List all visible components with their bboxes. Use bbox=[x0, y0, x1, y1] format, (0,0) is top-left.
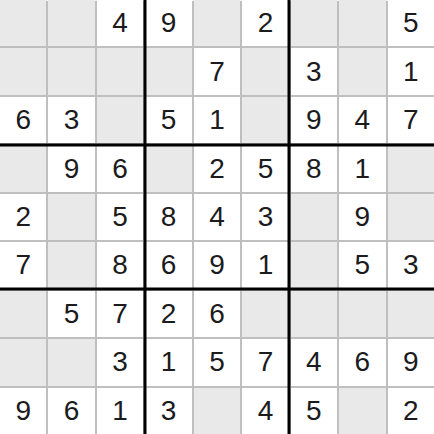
cell-r3c4[interactable]: 5 bbox=[145, 97, 191, 143]
cell-r3c7[interactable]: 9 bbox=[291, 97, 337, 143]
cell-r2c8[interactable] bbox=[339, 48, 385, 94]
cell-r5c3[interactable]: 5 bbox=[97, 194, 143, 240]
cell-r3c3[interactable] bbox=[97, 97, 143, 143]
cell-r2c1[interactable] bbox=[0, 48, 46, 94]
cell-r3c1[interactable]: 6 bbox=[0, 97, 46, 143]
cell-r9c6[interactable]: 4 bbox=[242, 388, 288, 434]
cell-r9c2[interactable]: 6 bbox=[48, 388, 94, 434]
cell-r2c9[interactable]: 1 bbox=[388, 48, 434, 94]
cell-r8c7[interactable]: 4 bbox=[291, 339, 337, 385]
cell-r1c5[interactable] bbox=[194, 0, 240, 46]
cell-r5c6[interactable]: 3 bbox=[242, 194, 288, 240]
cell-r7c2[interactable]: 5 bbox=[48, 291, 94, 337]
cell-r4c7[interactable]: 8 bbox=[291, 145, 337, 191]
cell-r5c8[interactable]: 9 bbox=[339, 194, 385, 240]
cell-r9c7[interactable]: 5 bbox=[291, 388, 337, 434]
cell-r6c2[interactable] bbox=[48, 242, 94, 288]
cell-r9c4[interactable]: 3 bbox=[145, 388, 191, 434]
cell-r4c4[interactable] bbox=[145, 145, 191, 191]
cell-r5c2[interactable] bbox=[48, 194, 94, 240]
cell-r5c4[interactable]: 8 bbox=[145, 194, 191, 240]
sudoku-cells-grid: 4925731635194796258125843978691535726315… bbox=[0, 0, 434, 434]
cell-r7c5[interactable]: 6 bbox=[194, 291, 240, 337]
cell-r6c8[interactable]: 5 bbox=[339, 242, 385, 288]
cell-r7c9[interactable] bbox=[388, 291, 434, 337]
cell-r4c6[interactable]: 5 bbox=[242, 145, 288, 191]
cell-r6c4[interactable]: 6 bbox=[145, 242, 191, 288]
cell-r6c5[interactable]: 9 bbox=[194, 242, 240, 288]
cell-r5c9[interactable] bbox=[388, 194, 434, 240]
cell-r8c5[interactable]: 5 bbox=[194, 339, 240, 385]
cell-r8c8[interactable]: 6 bbox=[339, 339, 385, 385]
cell-r9c3[interactable]: 1 bbox=[97, 388, 143, 434]
cell-r3c2[interactable]: 3 bbox=[48, 97, 94, 143]
cell-r8c3[interactable]: 3 bbox=[97, 339, 143, 385]
cell-r5c5[interactable]: 4 bbox=[194, 194, 240, 240]
cell-r5c7[interactable] bbox=[291, 194, 337, 240]
cell-r9c9[interactable]: 2 bbox=[388, 388, 434, 434]
cell-r7c1[interactable] bbox=[0, 291, 46, 337]
cell-r2c7[interactable]: 3 bbox=[291, 48, 337, 94]
sudoku-board: 4925731635194796258125843978691535726315… bbox=[0, 0, 434, 434]
cell-r7c3[interactable]: 7 bbox=[97, 291, 143, 337]
cell-r1c2[interactable] bbox=[48, 0, 94, 46]
cell-r8c6[interactable]: 7 bbox=[242, 339, 288, 385]
cell-r3c9[interactable]: 7 bbox=[388, 97, 434, 143]
cell-r1c3[interactable]: 4 bbox=[97, 0, 143, 46]
cell-r2c6[interactable] bbox=[242, 48, 288, 94]
cell-r9c5[interactable] bbox=[194, 388, 240, 434]
cell-r1c4[interactable]: 9 bbox=[145, 0, 191, 46]
cell-r6c7[interactable] bbox=[291, 242, 337, 288]
cell-r1c1[interactable] bbox=[0, 0, 46, 46]
cell-r4c2[interactable]: 9 bbox=[48, 145, 94, 191]
cell-r1c7[interactable] bbox=[291, 0, 337, 46]
cell-r4c8[interactable]: 1 bbox=[339, 145, 385, 191]
cell-r7c6[interactable] bbox=[242, 291, 288, 337]
cell-r2c2[interactable] bbox=[48, 48, 94, 94]
cell-r1c8[interactable] bbox=[339, 0, 385, 46]
cell-r4c5[interactable]: 2 bbox=[194, 145, 240, 191]
cell-r7c4[interactable]: 2 bbox=[145, 291, 191, 337]
cell-r8c9[interactable]: 9 bbox=[388, 339, 434, 385]
cell-r3c5[interactable]: 1 bbox=[194, 97, 240, 143]
cell-r7c7[interactable] bbox=[291, 291, 337, 337]
cell-r6c6[interactable]: 1 bbox=[242, 242, 288, 288]
cell-r6c3[interactable]: 8 bbox=[97, 242, 143, 288]
cell-r5c1[interactable]: 2 bbox=[0, 194, 46, 240]
cell-r9c8[interactable] bbox=[339, 388, 385, 434]
cell-r2c3[interactable] bbox=[97, 48, 143, 94]
cell-r4c3[interactable]: 6 bbox=[97, 145, 143, 191]
cell-r1c9[interactable]: 5 bbox=[388, 0, 434, 46]
cell-r2c4[interactable] bbox=[145, 48, 191, 94]
cell-r9c1[interactable]: 9 bbox=[0, 388, 46, 434]
cell-r8c2[interactable] bbox=[48, 339, 94, 385]
cell-r8c1[interactable] bbox=[0, 339, 46, 385]
cell-r3c8[interactable]: 4 bbox=[339, 97, 385, 143]
cell-r3c6[interactable] bbox=[242, 97, 288, 143]
cell-r6c9[interactable]: 3 bbox=[388, 242, 434, 288]
cell-r4c1[interactable] bbox=[0, 145, 46, 191]
cell-r7c8[interactable] bbox=[339, 291, 385, 337]
cell-r8c4[interactable]: 1 bbox=[145, 339, 191, 385]
cell-r6c1[interactable]: 7 bbox=[0, 242, 46, 288]
cell-r1c6[interactable]: 2 bbox=[242, 0, 288, 46]
cell-r4c9[interactable] bbox=[388, 145, 434, 191]
cell-r2c5[interactable]: 7 bbox=[194, 48, 240, 94]
